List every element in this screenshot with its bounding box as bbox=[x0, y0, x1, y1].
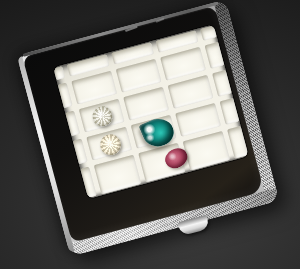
tray-cell-r5c2 bbox=[94, 155, 141, 195]
tray-cell-r3c4 bbox=[168, 75, 214, 109]
tray-cell-r5c1 bbox=[80, 167, 96, 198]
tray-cell-r4c5 bbox=[220, 98, 240, 125]
tray-cell-r3c3 bbox=[123, 87, 169, 121]
gem-tray-grid bbox=[53, 25, 249, 199]
tray-cell-r4c4 bbox=[175, 103, 221, 137]
tray-cell-r4c1 bbox=[73, 139, 88, 165]
photo-backdrop bbox=[0, 0, 300, 269]
gem-display-case bbox=[17, 0, 279, 256]
tray-cell-r1c5 bbox=[200, 26, 217, 41]
tray-cell-r2c5 bbox=[205, 42, 225, 69]
tray-cell-r3c5 bbox=[212, 70, 232, 97]
tray-cell-r5c5 bbox=[227, 126, 248, 159]
tray-cell-r5c4 bbox=[183, 131, 230, 171]
tray-cell-r2c4 bbox=[160, 47, 206, 81]
tray-cell-r2c1 bbox=[58, 83, 73, 109]
tray-cell-r2c3 bbox=[116, 59, 162, 93]
tray-cell-r1c1 bbox=[53, 66, 65, 80]
tray-cell-r2c2 bbox=[71, 71, 117, 105]
tray-cell-r3c1 bbox=[65, 111, 80, 137]
display-window bbox=[53, 25, 249, 199]
